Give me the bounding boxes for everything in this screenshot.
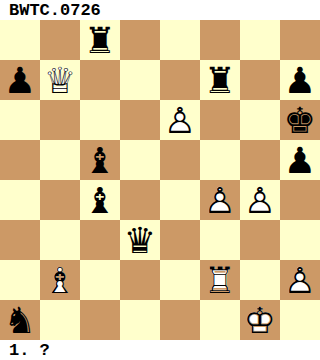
square-h1[interactable]	[280, 300, 320, 340]
piece-black-queen: ♛	[120, 220, 160, 260]
square-h3[interactable]	[280, 220, 320, 260]
piece-black-pawn: ♟	[280, 60, 320, 100]
square-b3[interactable]	[40, 220, 80, 260]
square-b5[interactable]	[40, 140, 80, 180]
square-c4[interactable]: ♝	[80, 180, 120, 220]
square-c6[interactable]	[80, 100, 120, 140]
square-d6[interactable]	[120, 100, 160, 140]
square-f8[interactable]	[200, 20, 240, 60]
piece-black-bishop: ♝	[80, 140, 120, 180]
square-h5[interactable]: ♟	[280, 140, 320, 180]
square-g7[interactable]	[240, 60, 280, 100]
square-b6[interactable]	[40, 100, 80, 140]
piece-white-pawn: ♙	[160, 100, 200, 140]
square-c3[interactable]	[80, 220, 120, 260]
piece-black-pawn: ♟	[280, 140, 320, 180]
piece-white-rook: ♖	[200, 260, 240, 300]
square-h6[interactable]: ♚	[280, 100, 320, 140]
square-e5[interactable]	[160, 140, 200, 180]
title-bar: BWTC.0726	[0, 0, 320, 20]
square-e1[interactable]	[160, 300, 200, 340]
square-h7[interactable]: ♟	[280, 60, 320, 100]
square-a3[interactable]	[0, 220, 40, 260]
chess-board: ♜♟♛♕♜♟♟♙♚♝♟♝♟♙♟♙♛♝♗♜♖♟♙♞♚♔	[0, 20, 320, 340]
piece-white-pawn: ♙	[280, 260, 320, 300]
square-d1[interactable]	[120, 300, 160, 340]
square-b1[interactable]	[40, 300, 80, 340]
square-g5[interactable]	[240, 140, 280, 180]
square-b2[interactable]: ♝♗	[40, 260, 80, 300]
square-a1[interactable]: ♞	[0, 300, 40, 340]
square-a7[interactable]: ♟	[0, 60, 40, 100]
piece-white-queen: ♕	[40, 60, 80, 100]
square-e6[interactable]: ♟♙	[160, 100, 200, 140]
square-b7[interactable]: ♛♕	[40, 60, 80, 100]
piece-white-king: ♔	[240, 300, 280, 340]
square-c7[interactable]	[80, 60, 120, 100]
square-e7[interactable]	[160, 60, 200, 100]
piece-white-pawn: ♙	[240, 180, 280, 220]
square-f6[interactable]	[200, 100, 240, 140]
piece-black-bishop: ♝	[80, 180, 120, 220]
square-f3[interactable]	[200, 220, 240, 260]
square-d5[interactable]	[120, 140, 160, 180]
square-f2[interactable]: ♜♖	[200, 260, 240, 300]
square-g6[interactable]	[240, 100, 280, 140]
piece-white-pawn: ♙	[200, 180, 240, 220]
piece-black-rook: ♜	[200, 60, 240, 100]
piece-black-king: ♚	[280, 100, 320, 140]
square-c8[interactable]: ♜	[80, 20, 120, 60]
square-e4[interactable]	[160, 180, 200, 220]
square-h2[interactable]: ♟♙	[280, 260, 320, 300]
status-bar: 1. ?	[0, 340, 320, 360]
square-g8[interactable]	[240, 20, 280, 60]
square-c2[interactable]	[80, 260, 120, 300]
puzzle-id-label: BWTC.0726	[9, 1, 101, 20]
piece-black-knight: ♞	[0, 300, 40, 340]
piece-black-rook: ♜	[80, 20, 120, 60]
square-f5[interactable]	[200, 140, 240, 180]
square-c5[interactable]: ♝	[80, 140, 120, 180]
square-g2[interactable]	[240, 260, 280, 300]
square-b8[interactable]	[40, 20, 80, 60]
square-a8[interactable]	[0, 20, 40, 60]
square-g4[interactable]: ♟♙	[240, 180, 280, 220]
square-a5[interactable]	[0, 140, 40, 180]
square-h4[interactable]	[280, 180, 320, 220]
square-f7[interactable]: ♜	[200, 60, 240, 100]
square-f4[interactable]: ♟♙	[200, 180, 240, 220]
square-a4[interactable]	[0, 180, 40, 220]
move-prompt-label: 1. ?	[9, 341, 50, 360]
square-e2[interactable]	[160, 260, 200, 300]
square-e8[interactable]	[160, 20, 200, 60]
square-d4[interactable]	[120, 180, 160, 220]
square-f1[interactable]	[200, 300, 240, 340]
square-b4[interactable]	[40, 180, 80, 220]
square-a6[interactable]	[0, 100, 40, 140]
square-g1[interactable]: ♚♔	[240, 300, 280, 340]
square-h8[interactable]	[280, 20, 320, 60]
square-e3[interactable]	[160, 220, 200, 260]
piece-black-pawn: ♟	[0, 60, 40, 100]
square-d8[interactable]	[120, 20, 160, 60]
square-g3[interactable]	[240, 220, 280, 260]
square-d2[interactable]	[120, 260, 160, 300]
square-d7[interactable]	[120, 60, 160, 100]
square-c1[interactable]	[80, 300, 120, 340]
square-a2[interactable]	[0, 260, 40, 300]
piece-white-bishop: ♗	[40, 260, 80, 300]
square-d3[interactable]: ♛	[120, 220, 160, 260]
